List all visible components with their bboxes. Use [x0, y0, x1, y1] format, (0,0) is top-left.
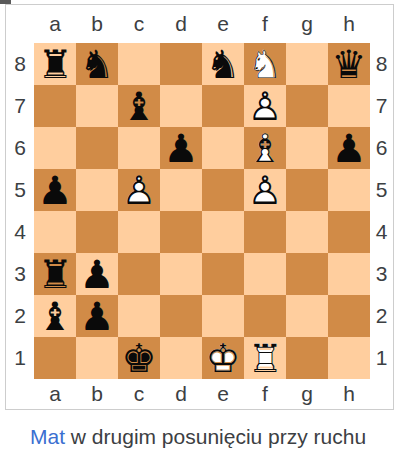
square-b1[interactable] — [76, 337, 118, 379]
black-pawn-piece[interactable]: ♟ — [34, 169, 76, 211]
square-f7[interactable]: ♟♙ — [244, 85, 286, 127]
piece-outline: ♙ — [244, 169, 286, 211]
caption-text: w drugim posunięciu przy ruchu — [65, 425, 366, 448]
piece-fill: ♟ — [244, 169, 286, 211]
rank-label-right-7: 7 — [370, 85, 393, 127]
piece-outline: ♗ — [244, 127, 286, 169]
square-e8[interactable]: ♞ — [202, 43, 244, 85]
square-c2[interactable] — [118, 295, 160, 337]
square-g4[interactable] — [286, 211, 328, 253]
piece-fill: ♝ — [244, 127, 286, 169]
rank-label-left-4: 4 — [6, 211, 34, 253]
caption-link-mat[interactable]: Mat — [30, 425, 65, 448]
black-pawn-piece[interactable]: ♟ — [328, 127, 370, 169]
rank-label-right-8: 8 — [370, 43, 393, 85]
square-g5[interactable] — [286, 169, 328, 211]
file-label-top-e: e — [202, 5, 244, 43]
rank-label-left-5: 5 — [6, 169, 34, 211]
white-king-piece[interactable]: ♚♔ — [202, 337, 244, 379]
piece-fill: ♝ — [34, 295, 76, 337]
square-a3[interactable]: ♜ — [34, 253, 76, 295]
square-g3[interactable] — [286, 253, 328, 295]
white-pawn-piece[interactable]: ♟♙ — [244, 85, 286, 127]
piece-fill: ♟ — [328, 127, 370, 169]
square-f2[interactable] — [244, 295, 286, 337]
piece-fill: ♚ — [118, 337, 160, 379]
square-a4[interactable] — [34, 211, 76, 253]
piece-outline: ♔ — [202, 337, 244, 379]
piece-fill: ♟ — [76, 295, 118, 337]
square-g6[interactable] — [286, 127, 328, 169]
square-g2[interactable] — [286, 295, 328, 337]
square-b8[interactable]: ♞ — [76, 43, 118, 85]
piece-fill: ♜ — [34, 253, 76, 295]
square-b2[interactable]: ♟ — [76, 295, 118, 337]
piece-outline: ♙ — [118, 169, 160, 211]
rank-label-right-3: 3 — [370, 253, 393, 295]
piece-fill: ♞ — [76, 43, 118, 85]
square-g1[interactable] — [286, 337, 328, 379]
piece-fill: ♞ — [244, 43, 286, 85]
black-rook-piece[interactable]: ♜ — [34, 43, 76, 85]
black-knight-piece[interactable]: ♞ — [202, 43, 244, 85]
file-label-bottom-g: g — [286, 379, 328, 409]
file-label-top-g: g — [286, 5, 328, 43]
board: ♜♞♞♞♘♛♝♟♙♟♝♗♟♟♟♙♟♙♜♟♝♟♚♚♔♜♖ — [34, 43, 370, 379]
piece-fill: ♟ — [76, 253, 118, 295]
square-b5[interactable] — [76, 169, 118, 211]
square-h5[interactable] — [328, 169, 370, 211]
piece-outline: ♙ — [244, 85, 286, 127]
rank-label-left-2: 2 — [6, 295, 34, 337]
black-bishop-piece[interactable]: ♝ — [34, 295, 76, 337]
rank-labels-right: 87654321 — [370, 43, 393, 379]
square-a6[interactable] — [34, 127, 76, 169]
piece-fill: ♚ — [202, 337, 244, 379]
piece-fill: ♛ — [328, 43, 370, 85]
piece-fill: ♟ — [244, 85, 286, 127]
square-b3[interactable]: ♟ — [76, 253, 118, 295]
square-g8[interactable] — [286, 43, 328, 85]
caption: Mat w drugim posunięciu przy ruchu — [30, 423, 366, 450]
black-rook-piece[interactable]: ♜ — [34, 253, 76, 295]
square-c1[interactable]: ♚ — [118, 337, 160, 379]
file-label-bottom-d: d — [160, 379, 202, 409]
file-label-bottom-e: e — [202, 379, 244, 409]
square-h1[interactable] — [328, 337, 370, 379]
square-d6[interactable]: ♟ — [160, 127, 202, 169]
file-label-bottom-f: f — [244, 379, 286, 409]
black-pawn-piece[interactable]: ♟ — [76, 253, 118, 295]
file-label-bottom-h: h — [328, 379, 370, 409]
white-knight-piece[interactable]: ♞♘ — [244, 43, 286, 85]
file-label-top-d: d — [160, 5, 202, 43]
piece-fill: ♞ — [202, 43, 244, 85]
file-label-bottom-c: c — [118, 379, 160, 409]
piece-fill: ♟ — [34, 169, 76, 211]
file-labels-bottom: abcdefgh — [34, 379, 370, 409]
rank-label-left-6: 6 — [6, 127, 34, 169]
square-e3[interactable] — [202, 253, 244, 295]
white-bishop-piece[interactable]: ♝♗ — [244, 127, 286, 169]
square-c7[interactable]: ♝ — [118, 85, 160, 127]
file-label-bottom-b: b — [76, 379, 118, 409]
square-h3[interactable] — [328, 253, 370, 295]
square-d5[interactable] — [160, 169, 202, 211]
piece-outline: ♖ — [244, 337, 286, 379]
square-h2[interactable] — [328, 295, 370, 337]
black-queen-piece[interactable]: ♛ — [328, 43, 370, 85]
square-c6[interactable] — [118, 127, 160, 169]
square-e4[interactable] — [202, 211, 244, 253]
square-b6[interactable] — [76, 127, 118, 169]
square-d7[interactable] — [160, 85, 202, 127]
square-a7[interactable] — [34, 85, 76, 127]
square-f4[interactable] — [244, 211, 286, 253]
file-label-top-c: c — [118, 5, 160, 43]
square-e1[interactable]: ♚♔ — [202, 337, 244, 379]
piece-fill: ♜ — [244, 337, 286, 379]
file-label-top-b: b — [76, 5, 118, 43]
square-a1[interactable] — [34, 337, 76, 379]
piece-fill: ♝ — [118, 85, 160, 127]
rank-label-right-6: 6 — [370, 127, 393, 169]
rank-label-left-1: 1 — [6, 337, 34, 379]
piece-fill: ♟ — [160, 127, 202, 169]
file-label-bottom-a: a — [34, 379, 76, 409]
square-d2[interactable] — [160, 295, 202, 337]
black-bishop-piece[interactable]: ♝ — [118, 85, 160, 127]
black-pawn-piece[interactable]: ♟ — [76, 295, 118, 337]
file-label-top-f: f — [244, 5, 286, 43]
square-c8[interactable] — [118, 43, 160, 85]
white-pawn-piece[interactable]: ♟♙ — [244, 169, 286, 211]
rank-label-right-1: 1 — [370, 337, 393, 379]
square-h8[interactable]: ♛ — [328, 43, 370, 85]
piece-fill: ♟ — [118, 169, 160, 211]
black-king-piece[interactable]: ♚ — [118, 337, 160, 379]
file-label-top-h: h — [328, 5, 370, 43]
square-e2[interactable] — [202, 295, 244, 337]
rank-label-right-4: 4 — [370, 211, 393, 253]
square-e5[interactable] — [202, 169, 244, 211]
square-h4[interactable] — [328, 211, 370, 253]
rank-label-left-3: 3 — [6, 253, 34, 295]
file-labels-top: abcdefgh — [34, 5, 370, 43]
square-a8[interactable]: ♜ — [34, 43, 76, 85]
piece-outline: ♘ — [244, 43, 286, 85]
rank-label-left-8: 8 — [6, 43, 34, 85]
square-e6[interactable] — [202, 127, 244, 169]
square-f8[interactable]: ♞♘ — [244, 43, 286, 85]
rank-label-left-7: 7 — [6, 85, 34, 127]
square-g7[interactable] — [286, 85, 328, 127]
square-c5[interactable]: ♟♙ — [118, 169, 160, 211]
square-f1[interactable]: ♜♖ — [244, 337, 286, 379]
square-c3[interactable] — [118, 253, 160, 295]
rank-label-right-5: 5 — [370, 169, 393, 211]
chessboard-card: abcdefgh 87654321 ♜♞♞♞♘♛♝♟♙♟♝♗♟♟♟♙♟♙♜♟♝♟… — [5, 4, 394, 410]
file-label-top-a: a — [34, 5, 76, 43]
white-rook-piece[interactable]: ♜♖ — [244, 337, 286, 379]
square-f3[interactable] — [244, 253, 286, 295]
square-c4[interactable] — [118, 211, 160, 253]
black-knight-piece[interactable]: ♞ — [76, 43, 118, 85]
black-pawn-piece[interactable]: ♟ — [160, 127, 202, 169]
square-h6[interactable]: ♟ — [328, 127, 370, 169]
rank-label-right-2: 2 — [370, 295, 393, 337]
square-b4[interactable] — [76, 211, 118, 253]
square-e7[interactable] — [202, 85, 244, 127]
square-a2[interactable]: ♝ — [34, 295, 76, 337]
square-f5[interactable]: ♟♙ — [244, 169, 286, 211]
square-h7[interactable] — [328, 85, 370, 127]
square-b7[interactable] — [76, 85, 118, 127]
square-f6[interactable]: ♝♗ — [244, 127, 286, 169]
square-d1[interactable] — [160, 337, 202, 379]
rank-labels-left: 87654321 — [6, 43, 34, 379]
square-a5[interactable]: ♟ — [34, 169, 76, 211]
piece-fill: ♜ — [34, 43, 76, 85]
square-d4[interactable] — [160, 211, 202, 253]
square-d3[interactable] — [160, 253, 202, 295]
square-d8[interactable] — [160, 43, 202, 85]
white-pawn-piece[interactable]: ♟♙ — [118, 169, 160, 211]
